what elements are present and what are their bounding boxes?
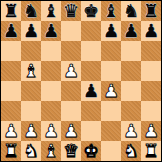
square-b1[interactable]: ♞ <box>21 141 41 161</box>
square-e8[interactable]: ♚ <box>81 1 101 21</box>
square-f8[interactable]: ♝ <box>101 1 121 21</box>
square-d7[interactable] <box>61 21 81 41</box>
square-b5[interactable]: ♝ <box>21 61 41 81</box>
square-c4[interactable] <box>41 81 61 101</box>
square-f4[interactable]: ♟ <box>101 81 121 101</box>
square-e3[interactable] <box>81 101 101 121</box>
chess-board-frame: ♜♞♝♛♚♝♞♜♟♟♟♟♟♟♝♟♟♟♟♟♟♟♟♟♜♞♝♛♚♞♜ <box>0 0 162 162</box>
square-g6[interactable] <box>121 41 141 61</box>
black-pawn[interactable]: ♟ <box>123 21 139 41</box>
black-king[interactable]: ♚ <box>83 1 99 21</box>
square-b8[interactable]: ♞ <box>21 1 41 21</box>
square-c8[interactable]: ♝ <box>41 1 61 21</box>
black-rook[interactable]: ♜ <box>143 1 159 21</box>
square-b3[interactable] <box>21 101 41 121</box>
square-b4[interactable] <box>21 81 41 101</box>
square-h3[interactable] <box>141 101 161 121</box>
square-a3[interactable] <box>1 101 21 121</box>
square-f7[interactable]: ♟ <box>101 21 121 41</box>
square-g5[interactable] <box>121 61 141 81</box>
square-e4[interactable]: ♟ <box>81 81 101 101</box>
chess-board: ♜♞♝♛♚♝♞♜♟♟♟♟♟♟♝♟♟♟♟♟♟♟♟♟♜♞♝♛♚♞♜ <box>1 1 161 161</box>
square-c1[interactable]: ♝ <box>41 141 61 161</box>
black-pawn[interactable]: ♟ <box>3 21 19 41</box>
square-a6[interactable] <box>1 41 21 61</box>
square-e7[interactable] <box>81 21 101 41</box>
square-a2[interactable]: ♟ <box>1 121 21 141</box>
square-h4[interactable] <box>141 81 161 101</box>
square-h1[interactable]: ♜ <box>141 141 161 161</box>
square-c7[interactable]: ♟ <box>41 21 61 41</box>
square-g1[interactable]: ♞ <box>121 141 141 161</box>
square-g2[interactable]: ♟ <box>121 121 141 141</box>
square-a4[interactable] <box>1 81 21 101</box>
black-knight[interactable]: ♞ <box>123 1 139 21</box>
square-d3[interactable] <box>61 101 81 121</box>
square-a8[interactable]: ♜ <box>1 1 21 21</box>
white-pawn[interactable]: ♟ <box>123 121 139 141</box>
square-g8[interactable]: ♞ <box>121 1 141 21</box>
square-h2[interactable]: ♟ <box>141 121 161 141</box>
black-pawn[interactable]: ♟ <box>43 21 59 41</box>
square-h6[interactable] <box>141 41 161 61</box>
black-knight[interactable]: ♞ <box>23 1 39 21</box>
black-queen[interactable]: ♛ <box>63 1 79 21</box>
square-a1[interactable]: ♜ <box>1 141 21 161</box>
white-rook[interactable]: ♜ <box>3 141 19 161</box>
square-g4[interactable] <box>121 81 141 101</box>
square-b2[interactable]: ♟ <box>21 121 41 141</box>
white-pawn[interactable]: ♟ <box>23 121 39 141</box>
square-d1[interactable]: ♛ <box>61 141 81 161</box>
white-bishop[interactable]: ♝ <box>23 61 39 81</box>
black-bishop[interactable]: ♝ <box>103 1 119 21</box>
white-king[interactable]: ♚ <box>83 141 99 161</box>
square-c2[interactable]: ♟ <box>41 121 61 141</box>
square-a5[interactable] <box>1 61 21 81</box>
square-a7[interactable]: ♟ <box>1 21 21 41</box>
square-h5[interactable] <box>141 61 161 81</box>
square-f6[interactable] <box>101 41 121 61</box>
square-e2[interactable] <box>81 121 101 141</box>
square-g7[interactable]: ♟ <box>121 21 141 41</box>
square-g3[interactable] <box>121 101 141 121</box>
square-f3[interactable] <box>101 101 121 121</box>
square-c3[interactable] <box>41 101 61 121</box>
white-bishop[interactable]: ♝ <box>43 141 59 161</box>
black-pawn[interactable]: ♟ <box>143 21 159 41</box>
square-d6[interactable] <box>61 41 81 61</box>
black-bishop[interactable]: ♝ <box>43 1 59 21</box>
black-rook[interactable]: ♜ <box>3 1 19 21</box>
square-c5[interactable] <box>41 61 61 81</box>
square-h8[interactable]: ♜ <box>141 1 161 21</box>
square-c6[interactable] <box>41 41 61 61</box>
square-e6[interactable] <box>81 41 101 61</box>
black-pawn[interactable]: ♟ <box>83 81 99 101</box>
square-f5[interactable] <box>101 61 121 81</box>
square-d8[interactable]: ♛ <box>61 1 81 21</box>
white-rook[interactable]: ♜ <box>143 141 159 161</box>
square-b7[interactable]: ♟ <box>21 21 41 41</box>
square-e1[interactable]: ♚ <box>81 141 101 161</box>
white-pawn[interactable]: ♟ <box>143 121 159 141</box>
square-f2[interactable] <box>101 121 121 141</box>
white-pawn[interactable]: ♟ <box>63 121 79 141</box>
black-pawn[interactable]: ♟ <box>23 21 39 41</box>
white-pawn[interactable]: ♟ <box>103 81 119 101</box>
square-d5[interactable]: ♟ <box>61 61 81 81</box>
white-knight[interactable]: ♞ <box>23 141 39 161</box>
white-pawn[interactable]: ♟ <box>3 121 19 141</box>
square-d4[interactable] <box>61 81 81 101</box>
white-queen[interactable]: ♛ <box>63 141 79 161</box>
white-pawn[interactable]: ♟ <box>63 61 79 81</box>
white-knight[interactable]: ♞ <box>123 141 139 161</box>
square-d2[interactable]: ♟ <box>61 121 81 141</box>
white-pawn[interactable]: ♟ <box>43 121 59 141</box>
black-pawn[interactable]: ♟ <box>103 21 119 41</box>
square-h7[interactable]: ♟ <box>141 21 161 41</box>
square-e5[interactable] <box>81 61 101 81</box>
square-b6[interactable] <box>21 41 41 61</box>
square-f1[interactable] <box>101 141 121 161</box>
